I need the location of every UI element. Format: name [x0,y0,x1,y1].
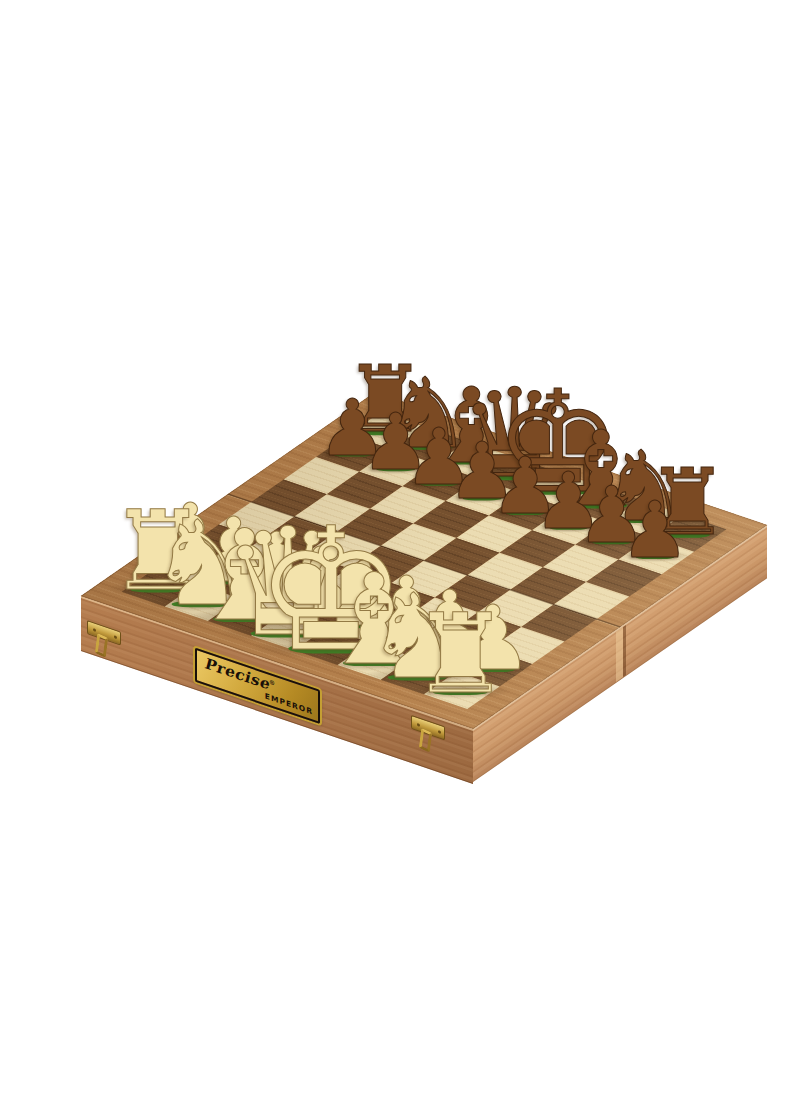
product-photo-scene: Precise® EMPEROR ♜♞♝♛♚♝♞♜♟♟♟♟♟♟♟♟♟♟♟♟♟♟♟… [0,0,800,1100]
latch-hook-icon [94,633,107,658]
fold-seam-side [623,625,626,677]
plaque-model-text: EMPEROR [265,691,313,716]
registered-mark: ® [269,678,276,687]
brass-latch-right [411,715,445,773]
plaque-brand-text: Precise® [204,654,276,696]
latch-hook-icon [418,728,431,753]
brass-latch-left [87,620,121,678]
